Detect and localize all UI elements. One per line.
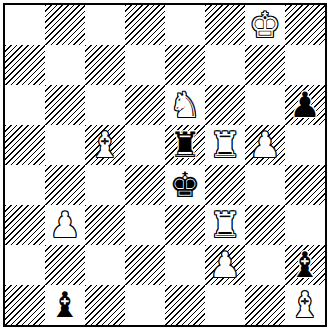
white-rook[interactable]: ♜ — [205, 125, 245, 165]
square-d7[interactable] — [125, 45, 165, 85]
square-a8[interactable] — [5, 5, 45, 45]
square-e5[interactable]: ♜ — [165, 125, 205, 165]
square-f3[interactable]: ♜ — [205, 205, 245, 245]
square-c1[interactable] — [85, 285, 125, 325]
black-king[interactable]: ♚ — [165, 165, 205, 205]
square-a4[interactable] — [5, 165, 45, 205]
square-h1[interactable]: ♝ — [285, 285, 325, 325]
square-e4[interactable]: ♚ — [165, 165, 205, 205]
square-c5[interactable]: ♝ — [85, 125, 125, 165]
white-king[interactable]: ♚ — [245, 5, 285, 45]
chess-board: ♚♞♟♝♜♜♟♚♟♜♟♝♝♝ — [5, 5, 325, 325]
square-h3[interactable] — [285, 205, 325, 245]
square-g7[interactable] — [245, 45, 285, 85]
square-f7[interactable] — [205, 45, 245, 85]
square-e3[interactable] — [165, 205, 205, 245]
square-b7[interactable] — [45, 45, 85, 85]
square-a7[interactable] — [5, 45, 45, 85]
square-c2[interactable] — [85, 245, 125, 285]
square-h7[interactable] — [285, 45, 325, 85]
square-b6[interactable] — [45, 85, 85, 125]
square-b5[interactable] — [45, 125, 85, 165]
square-f5[interactable]: ♜ — [205, 125, 245, 165]
square-e7[interactable] — [165, 45, 205, 85]
square-b8[interactable] — [45, 5, 85, 45]
square-d8[interactable] — [125, 5, 165, 45]
square-g3[interactable] — [245, 205, 285, 245]
square-f2[interactable]: ♟ — [205, 245, 245, 285]
square-f6[interactable] — [205, 85, 245, 125]
square-b4[interactable] — [45, 165, 85, 205]
square-g2[interactable] — [245, 245, 285, 285]
white-bishop[interactable]: ♝ — [85, 125, 125, 165]
square-e8[interactable] — [165, 5, 205, 45]
square-d4[interactable] — [125, 165, 165, 205]
square-b2[interactable] — [45, 245, 85, 285]
white-pawn[interactable]: ♟ — [205, 245, 245, 285]
square-f8[interactable] — [205, 5, 245, 45]
square-e2[interactable] — [165, 245, 205, 285]
square-b3[interactable]: ♟ — [45, 205, 85, 245]
white-pawn[interactable]: ♟ — [245, 125, 285, 165]
black-bishop[interactable]: ♝ — [45, 285, 85, 325]
square-c6[interactable] — [85, 85, 125, 125]
square-f4[interactable] — [205, 165, 245, 205]
square-h4[interactable] — [285, 165, 325, 205]
square-c4[interactable] — [85, 165, 125, 205]
square-b1[interactable]: ♝ — [45, 285, 85, 325]
square-c8[interactable] — [85, 5, 125, 45]
square-d6[interactable] — [125, 85, 165, 125]
white-bishop[interactable]: ♝ — [285, 285, 325, 325]
white-rook[interactable]: ♜ — [205, 205, 245, 245]
square-d2[interactable] — [125, 245, 165, 285]
square-f1[interactable] — [205, 285, 245, 325]
square-h6[interactable]: ♟ — [285, 85, 325, 125]
square-d5[interactable] — [125, 125, 165, 165]
square-g8[interactable]: ♚ — [245, 5, 285, 45]
square-g6[interactable] — [245, 85, 285, 125]
square-e6[interactable]: ♞ — [165, 85, 205, 125]
square-a3[interactable] — [5, 205, 45, 245]
square-e1[interactable] — [165, 285, 205, 325]
square-g1[interactable] — [245, 285, 285, 325]
square-c7[interactable] — [85, 45, 125, 85]
chess-board-frame: ♚♞♟♝♜♜♟♚♟♜♟♝♝♝ — [3, 3, 327, 327]
square-h2[interactable]: ♝ — [285, 245, 325, 285]
square-a2[interactable] — [5, 245, 45, 285]
black-rook[interactable]: ♜ — [165, 125, 205, 165]
white-pawn[interactable]: ♟ — [45, 205, 85, 245]
square-c3[interactable] — [85, 205, 125, 245]
square-a1[interactable] — [5, 285, 45, 325]
square-d1[interactable] — [125, 285, 165, 325]
square-a5[interactable] — [5, 125, 45, 165]
square-g5[interactable]: ♟ — [245, 125, 285, 165]
black-pawn[interactable]: ♟ — [285, 85, 325, 125]
square-g4[interactable] — [245, 165, 285, 205]
square-h8[interactable] — [285, 5, 325, 45]
square-a6[interactable] — [5, 85, 45, 125]
black-bishop[interactable]: ♝ — [285, 245, 325, 285]
square-d3[interactable] — [125, 205, 165, 245]
square-h5[interactable] — [285, 125, 325, 165]
white-knight[interactable]: ♞ — [165, 85, 205, 125]
